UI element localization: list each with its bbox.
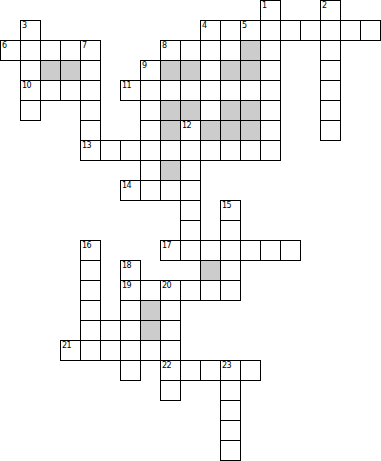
grid-cell[interactable] <box>40 40 61 61</box>
grid-cell[interactable] <box>80 80 101 101</box>
grid-cell[interactable]: 3 <box>20 20 41 41</box>
grid-cell[interactable]: 4 <box>200 20 221 41</box>
grid-cell[interactable] <box>80 260 101 281</box>
grid-cell[interactable]: 22 <box>160 360 181 381</box>
grid-cell[interactable] <box>160 320 181 341</box>
grid-cell[interactable] <box>220 240 241 261</box>
grid-cell[interactable] <box>180 180 201 201</box>
grid-cell[interactable] <box>80 60 101 81</box>
grid-cell[interactable] <box>160 80 181 101</box>
grid-cell[interactable] <box>220 420 241 441</box>
grid-cell[interactable] <box>140 120 161 141</box>
clue-number: 19 <box>122 281 131 290</box>
grid-cell[interactable] <box>320 120 341 141</box>
grid-cell[interactable] <box>80 120 101 141</box>
grid-cell[interactable] <box>140 100 161 121</box>
grid-cell[interactable] <box>220 40 241 61</box>
grid-cell[interactable] <box>160 380 181 401</box>
clue-number: 7 <box>82 41 87 50</box>
grid-cell[interactable] <box>60 40 81 61</box>
shaded-cell[interactable] <box>160 100 181 121</box>
grid-cell[interactable] <box>100 340 121 361</box>
grid-cell[interactable] <box>280 240 301 261</box>
grid-cell[interactable] <box>320 60 341 81</box>
grid-cell[interactable]: 13 <box>80 140 101 161</box>
shaded-cell[interactable] <box>220 60 241 81</box>
grid-cell[interactable] <box>140 340 161 361</box>
clue-number: 23 <box>222 361 231 370</box>
grid-cell[interactable] <box>220 260 241 281</box>
grid-cell[interactable]: 19 <box>120 280 141 301</box>
shaded-cell[interactable] <box>180 60 201 81</box>
shaded-cell[interactable] <box>200 260 221 281</box>
grid-cell[interactable]: 8 <box>160 40 181 61</box>
grid-cell[interactable] <box>200 100 221 121</box>
grid-cell[interactable] <box>160 300 181 321</box>
grid-cell[interactable] <box>120 340 141 361</box>
grid-cell[interactable] <box>180 240 201 261</box>
grid-cell[interactable] <box>280 20 301 41</box>
grid-cell[interactable]: 21 <box>60 340 81 361</box>
shaded-cell[interactable] <box>240 120 261 141</box>
grid-cell[interactable] <box>120 320 141 341</box>
clue-number: 6 <box>2 41 7 50</box>
grid-cell[interactable] <box>160 340 181 361</box>
clue-number: 8 <box>162 41 167 50</box>
grid-cell[interactable] <box>240 140 261 161</box>
grid-cell[interactable] <box>300 20 321 41</box>
clue-number: 22 <box>162 361 171 370</box>
crossword-page: 1234567891011121314151617181920212223 <box>0 0 381 461</box>
grid-cell[interactable] <box>320 100 341 121</box>
clue-number: 9 <box>142 61 147 70</box>
grid-cell[interactable]: 18 <box>120 260 141 281</box>
grid-cell[interactable] <box>200 60 221 81</box>
clue-number: 4 <box>202 21 207 30</box>
clue-number: 10 <box>22 81 31 90</box>
clue-number: 20 <box>162 281 171 290</box>
grid-cell[interactable]: 5 <box>240 20 261 41</box>
grid-cell[interactable] <box>200 80 221 101</box>
shaded-cell[interactable] <box>240 100 261 121</box>
grid-cell[interactable] <box>340 20 361 41</box>
grid-cell[interactable] <box>200 40 221 61</box>
grid-cell[interactable] <box>80 340 101 361</box>
grid-cell[interactable] <box>180 160 201 181</box>
grid-cell[interactable] <box>20 40 41 61</box>
grid-cell[interactable] <box>180 280 201 301</box>
grid-cell[interactable] <box>240 360 261 381</box>
clue-number: 17 <box>162 241 171 250</box>
grid-cell[interactable] <box>160 140 181 161</box>
grid-cell[interactable] <box>260 240 281 261</box>
grid-cell[interactable]: 17 <box>160 240 181 261</box>
shaded-cell[interactable] <box>140 300 161 321</box>
grid-cell[interactable] <box>40 80 61 101</box>
grid-cell[interactable] <box>200 240 221 261</box>
grid-cell[interactable]: 12 <box>180 120 201 141</box>
grid-cell[interactable] <box>240 240 261 261</box>
grid-cell[interactable] <box>180 80 201 101</box>
grid-cell[interactable] <box>180 360 201 381</box>
clue-number: 16 <box>82 241 91 250</box>
crossword-grid: 1234567891011121314151617181920212223 <box>0 0 381 461</box>
clue-number: 12 <box>182 121 191 130</box>
grid-cell[interactable] <box>140 140 161 161</box>
grid-cell[interactable]: 1 <box>260 0 281 21</box>
clue-number: 5 <box>242 21 247 30</box>
grid-cell[interactable] <box>260 80 281 101</box>
grid-cell[interactable] <box>200 280 221 301</box>
grid-cell[interactable] <box>120 300 141 321</box>
shaded-cell[interactable] <box>160 60 181 81</box>
clue-number: 11 <box>122 81 131 90</box>
clue-number: 15 <box>222 201 231 210</box>
grid-cell[interactable] <box>220 140 241 161</box>
grid-cell[interactable] <box>120 140 141 161</box>
shaded-cell[interactable] <box>160 160 181 181</box>
grid-cell[interactable] <box>100 140 121 161</box>
grid-cell[interactable] <box>160 180 181 201</box>
grid-cell[interactable] <box>140 160 161 181</box>
grid-cell[interactable] <box>140 280 161 301</box>
grid-cell[interactable] <box>260 40 281 61</box>
grid-cell[interactable]: 2 <box>320 0 341 21</box>
grid-cell[interactable] <box>220 380 241 401</box>
clue-number: 21 <box>62 341 71 350</box>
clue-number: 2 <box>322 1 327 10</box>
shaded-cell[interactable] <box>60 60 81 81</box>
grid-cell[interactable] <box>220 20 241 41</box>
grid-cell[interactable]: 23 <box>220 360 241 381</box>
shaded-cell[interactable] <box>40 60 61 81</box>
grid-cell[interactable]: 15 <box>220 200 241 221</box>
grid-cell[interactable] <box>80 300 101 321</box>
grid-cell[interactable] <box>220 440 241 461</box>
grid-cell[interactable] <box>220 400 241 421</box>
grid-cell[interactable] <box>220 280 241 301</box>
grid-cell[interactable] <box>80 100 101 121</box>
grid-cell[interactable] <box>320 40 341 61</box>
grid-cell[interactable] <box>180 200 201 221</box>
grid-cell[interactable] <box>140 180 161 201</box>
grid-cell[interactable] <box>240 80 261 101</box>
grid-cell[interactable] <box>180 220 201 241</box>
grid-cell[interactable] <box>80 320 101 341</box>
clue-number: 18 <box>122 261 131 270</box>
grid-cell[interactable] <box>20 100 41 121</box>
grid-cell[interactable] <box>60 80 81 101</box>
grid-cell[interactable] <box>180 40 201 61</box>
clue-number: 3 <box>22 21 27 30</box>
clue-number: 14 <box>122 181 131 190</box>
grid-cell[interactable]: 14 <box>120 180 141 201</box>
shaded-cell[interactable] <box>240 40 261 61</box>
clue-number: 13 <box>82 141 91 150</box>
shaded-cell[interactable] <box>240 60 261 81</box>
grid-cell[interactable] <box>80 280 101 301</box>
shaded-cell[interactable] <box>140 320 161 341</box>
grid-cell[interactable] <box>20 60 41 81</box>
shaded-cell[interactable] <box>180 100 201 121</box>
grid-cell[interactable]: 6 <box>0 40 21 61</box>
grid-cell[interactable] <box>360 20 381 41</box>
grid-cell[interactable]: 7 <box>80 40 101 61</box>
grid-cell[interactable] <box>320 80 341 101</box>
grid-cell[interactable] <box>200 140 221 161</box>
shaded-cell[interactable] <box>200 120 221 141</box>
grid-cell[interactable]: 20 <box>160 280 181 301</box>
grid-cell[interactable] <box>220 220 241 241</box>
grid-cell[interactable] <box>100 320 121 341</box>
grid-cell[interactable] <box>260 100 281 121</box>
shaded-cell[interactable] <box>220 100 241 121</box>
grid-cell[interactable] <box>120 360 141 381</box>
grid-cell[interactable]: 9 <box>140 60 161 81</box>
grid-cell[interactable] <box>320 20 341 41</box>
grid-cell[interactable] <box>180 140 201 161</box>
grid-cell[interactable] <box>220 80 241 101</box>
clue-number: 1 <box>262 1 267 10</box>
grid-cell[interactable]: 10 <box>20 80 41 101</box>
grid-cell[interactable]: 16 <box>80 240 101 261</box>
grid-cell[interactable] <box>140 80 161 101</box>
shaded-cell[interactable] <box>220 120 241 141</box>
grid-cell[interactable] <box>260 20 281 41</box>
grid-cell[interactable] <box>260 60 281 81</box>
grid-cell[interactable] <box>260 120 281 141</box>
grid-cell[interactable] <box>200 360 221 381</box>
grid-cell[interactable]: 11 <box>120 80 141 101</box>
shaded-cell[interactable] <box>160 120 181 141</box>
grid-cell[interactable] <box>260 140 281 161</box>
